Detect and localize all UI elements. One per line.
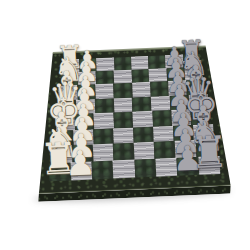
piece-white-pawn: ♟ <box>64 145 96 180</box>
product-photo-stage: ♜♟♟♜♞♟♟♞♝♟♟♝♛♟♟♛♚♟♟♚♝♟♟♝♞♟♟♞♜♟♟♜ <box>0 0 250 250</box>
chess-set-scene: ♜♟♟♜♞♟♟♞♝♟♟♝♛♟♟♛♚♟♟♚♝♟♟♝♞♟♟♞♜♟♟♜ <box>0 0 250 250</box>
chess-pieces-layer: ♜♟♟♜♞♟♟♞♝♟♟♝♛♟♟♛♚♟♟♚♝♟♟♝♞♟♟♞♜♟♟♜ <box>0 0 250 250</box>
piece-gray-rook: ♜ <box>189 130 230 175</box>
